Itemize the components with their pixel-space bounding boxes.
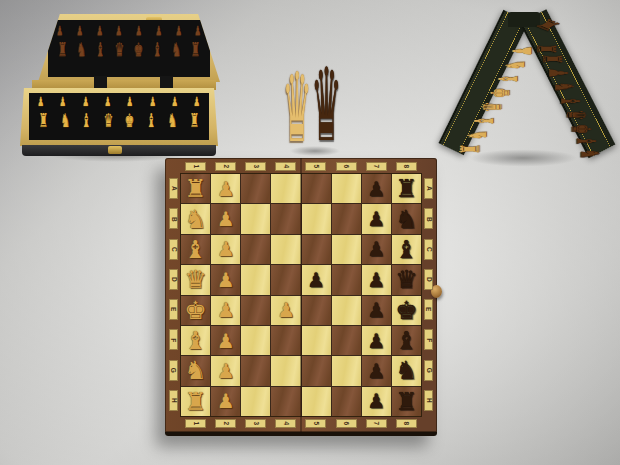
- light-pawn-piece: ♟: [60, 95, 66, 108]
- square-G5: [302, 356, 331, 385]
- square-G8: ♞: [392, 356, 421, 385]
- dark-bishop-piece: ♝: [557, 96, 583, 106]
- white-knight-piece: ♞: [184, 358, 206, 383]
- file-label-right-F: F: [424, 329, 433, 350]
- board-fold-seam: [300, 158, 302, 432]
- square-F5: [302, 326, 331, 355]
- light-bishop-piece: ♝: [82, 111, 91, 130]
- square-B4: [271, 204, 300, 233]
- light-bishop-piece: ♝: [147, 111, 156, 130]
- dark-rook-piece: ♜: [58, 40, 67, 59]
- white-king-piece: ♚: [184, 298, 206, 323]
- square-B8: ♞: [392, 204, 421, 233]
- light-king-piece: ♚: [125, 111, 134, 130]
- square-D5: ♟: [302, 265, 331, 294]
- rank-label-bottom-4-text: 4: [283, 422, 290, 426]
- file-label-right-B: B: [424, 208, 433, 229]
- square-G6: [332, 356, 361, 385]
- rank-label-bottom-4: 4: [275, 419, 296, 428]
- black-pawn-piece: ♟: [367, 391, 385, 411]
- file-label-right-B-text: B: [425, 216, 432, 221]
- black-pawn-piece: ♟: [367, 239, 385, 259]
- rank-label-top-8-text: 8: [403, 164, 410, 168]
- rank-label-bottom-1: 1: [185, 419, 206, 428]
- square-B2: ♟: [211, 204, 240, 233]
- black-queen-piece: ♛: [395, 267, 417, 292]
- light-rook-piece: ♜: [457, 144, 483, 154]
- rank-label-top-6-text: 6: [343, 164, 350, 168]
- black-bishop-piece: ♝: [395, 328, 417, 353]
- white-rook-piece: ♜: [184, 176, 206, 201]
- white-pawn-piece: ♟: [277, 300, 295, 320]
- light-pawn-piece: ♟: [172, 95, 178, 108]
- file-label-left-H: H: [169, 390, 178, 411]
- black-bishop-piece: ♝: [395, 237, 417, 262]
- rank-label-top-1-text: 1: [192, 164, 199, 168]
- dark-pawn-piece: ♟: [175, 24, 181, 37]
- square-H3: [241, 387, 270, 416]
- white-pawn-piece: ♟: [217, 239, 235, 259]
- square-D1: ♛: [181, 265, 210, 294]
- rank-label-bottom-3: 3: [245, 419, 266, 428]
- square-C7: ♟: [362, 235, 391, 264]
- rank-label-top-2-text: 2: [222, 164, 229, 168]
- light-pawn-piece: ♟: [149, 95, 155, 108]
- light-rook-piece: ♜: [39, 111, 48, 130]
- white-bishop-piece: ♝: [184, 328, 206, 353]
- rank-label-top-8: 8: [396, 162, 417, 171]
- square-G7: ♟: [362, 356, 391, 385]
- dark-bishop-piece: ♝: [153, 40, 162, 59]
- square-G4: [271, 356, 300, 385]
- file-label-right-H-text: H: [425, 398, 432, 403]
- rank-label-bottom-5-text: 5: [313, 422, 320, 426]
- square-H1: ♜: [181, 387, 210, 416]
- light-rook-piece: ♜: [190, 111, 199, 130]
- square-E8: ♚: [392, 296, 421, 325]
- rank-label-top-4-text: 4: [283, 164, 290, 168]
- file-label-right-E-text: E: [425, 307, 432, 311]
- square-C5: [302, 235, 331, 264]
- file-label-left-D-text: D: [170, 277, 177, 282]
- dark-queen-piece: ♛: [115, 40, 124, 59]
- square-G3: [241, 356, 270, 385]
- square-F2: ♟: [211, 326, 240, 355]
- file-label-right-A-text: A: [425, 186, 432, 191]
- rank-label-top-3: 3: [245, 162, 266, 171]
- square-B6: [332, 204, 361, 233]
- square-F6: [332, 326, 361, 355]
- hinge-strap: [160, 76, 173, 90]
- dark-knight-piece: ♞: [577, 149, 603, 159]
- box-base-felt: ♟♟♟♟♟♟♟♟ ♜♞♝♛♚♝♞♜: [29, 93, 209, 140]
- light-knight-piece: ♞: [502, 60, 528, 70]
- black-pawn-piece: ♟: [367, 270, 385, 290]
- base-pawn-row: ♟♟♟♟♟♟♟♟: [35, 95, 203, 108]
- folded-magnetic-board: ♟♞♝♚♛♝♞♜♜♟♞♝♛♚♝♞♜♜: [438, 10, 608, 172]
- square-H6: [332, 387, 361, 416]
- light-queen-piece: ♛: [479, 102, 505, 112]
- rank-label-top-6: 6: [336, 162, 357, 171]
- light-bishop-piece: ♝: [471, 116, 497, 126]
- file-label-right-H: H: [424, 390, 433, 411]
- square-E7: ♟: [362, 296, 391, 325]
- rank-label-top-3-text: 3: [252, 164, 259, 168]
- white-pawn-piece: ♟: [217, 391, 235, 411]
- square-B7: ♟: [362, 204, 391, 233]
- rank-label-top-7: 7: [366, 162, 387, 171]
- square-A7: ♟: [362, 174, 391, 203]
- light-king-piece: ♚: [487, 88, 513, 98]
- rank-label-top-2: 2: [215, 162, 236, 171]
- main-board: ♜♟♟♜♞♟♟♞♝♟♟♝♛♟♟♟♛♚♟♟♟♚♝♟♟♝♞♟♟♞♜♟♟♜ 11223…: [165, 158, 437, 436]
- file-label-right-D-text: D: [425, 277, 432, 282]
- file-label-right-D: D: [424, 269, 433, 290]
- file-label-right-E: E: [424, 299, 433, 320]
- rank-label-bottom-6: 6: [336, 419, 357, 428]
- light-pawn-piece: ♟: [82, 95, 88, 108]
- black-knight-piece: ♞: [395, 358, 417, 383]
- box-base-clasp: [108, 146, 122, 154]
- square-C6: [332, 235, 361, 264]
- square-A1: ♜: [181, 174, 210, 203]
- dark-rook-piece: ♜: [191, 40, 200, 59]
- hinge-strap: [94, 76, 107, 90]
- dark-knight-piece: ♞: [172, 40, 181, 59]
- square-H5: [302, 387, 331, 416]
- square-H4: [271, 387, 300, 416]
- box-lid: ♟♟♟♟♟♟♟♟ ♜♞♝♛♚♝♞♜: [38, 14, 220, 82]
- base-back-row: ♜♞♝♛♚♝♞♜: [35, 111, 203, 130]
- rank-label-bottom-1-text: 1: [192, 422, 199, 426]
- square-F4: [271, 326, 300, 355]
- dark-bishop-piece: ♝: [96, 40, 105, 59]
- black-king-piece: ♚: [395, 298, 417, 323]
- rank-label-top-5-text: 5: [313, 164, 320, 168]
- square-B5: [302, 204, 331, 233]
- white-pawn-piece: ♟: [217, 179, 235, 199]
- white-pawn-piece: ♟: [217, 361, 235, 381]
- rank-label-bottom-6-text: 6: [343, 422, 350, 426]
- file-label-left-G: G: [169, 360, 178, 381]
- square-E6: [332, 296, 361, 325]
- rank-label-bottom-8: 8: [396, 419, 417, 428]
- light-knight-piece: ♞: [464, 130, 490, 140]
- square-D7: ♟: [362, 265, 391, 294]
- file-label-right-G: G: [424, 360, 433, 381]
- square-D3: [241, 265, 270, 294]
- dark-knight-piece: ♞: [77, 40, 86, 59]
- square-B1: ♞: [181, 204, 210, 233]
- square-G2: ♟: [211, 356, 240, 385]
- white-knight-piece: ♞: [184, 207, 206, 232]
- file-label-left-D: D: [169, 269, 178, 290]
- rank-label-top-7-text: 7: [373, 164, 380, 168]
- square-H2: ♟: [211, 387, 240, 416]
- light-pawn-piece: ♟: [105, 95, 111, 108]
- square-E2: ♟: [211, 296, 240, 325]
- black-pawn-piece: ♟: [307, 270, 325, 290]
- white-pawn-piece: ♟: [217, 270, 235, 290]
- square-A3: [241, 174, 270, 203]
- white-rook-piece: ♜: [184, 389, 206, 414]
- white-pawn-piece: ♟: [217, 300, 235, 320]
- dark-knight-piece: ♞: [551, 82, 577, 92]
- light-queen-piece: ♛: [104, 111, 113, 130]
- light-pawn-piece: ♟: [38, 95, 44, 108]
- square-G1: ♞: [181, 356, 210, 385]
- rank-label-top-4: 4: [275, 162, 296, 171]
- file-label-left-F: F: [169, 329, 178, 350]
- dark-pawn-piece: ♟: [195, 24, 201, 37]
- file-label-left-H-text: H: [170, 398, 177, 403]
- square-C8: ♝: [392, 235, 421, 264]
- square-A4: [271, 174, 300, 203]
- dark-pawn-piece: ♟: [96, 24, 102, 37]
- rank-label-top-5: 5: [305, 162, 326, 171]
- black-knight-piece: ♞: [395, 207, 417, 232]
- square-D6: [332, 265, 361, 294]
- square-H7: ♟: [362, 387, 391, 416]
- rank-label-bottom-8-text: 8: [403, 422, 410, 426]
- square-D2: ♟: [211, 265, 240, 294]
- file-label-left-C: C: [169, 239, 178, 260]
- file-label-left-E-text: E: [170, 307, 177, 311]
- file-label-left-G-text: G: [170, 367, 177, 372]
- dark-queen-piece: ♛: [563, 110, 589, 120]
- file-label-right-A: A: [424, 178, 433, 199]
- square-H8: ♜: [392, 387, 421, 416]
- dark-rook-piece: ♜: [539, 54, 565, 64]
- white-queen-piece: ♛: [184, 267, 206, 292]
- file-label-left-B: B: [169, 208, 178, 229]
- dark-pawn-piece: ♟: [116, 24, 122, 37]
- file-label-right-C: C: [424, 239, 433, 260]
- square-C3: [241, 235, 270, 264]
- square-C1: ♝: [181, 235, 210, 264]
- square-A2: ♟: [211, 174, 240, 203]
- file-label-left-E: E: [169, 299, 178, 320]
- light-pawn-piece: ♟: [127, 95, 133, 108]
- square-E3: [241, 296, 270, 325]
- standing-dark-queen-piece: ♛: [311, 55, 342, 156]
- rank-label-bottom-7: 7: [366, 419, 387, 428]
- light-bishop-piece: ♝: [495, 74, 521, 84]
- dark-bishop-piece: ♝: [573, 136, 599, 146]
- rank-label-bottom-3-text: 3: [252, 422, 259, 426]
- square-C2: ♟: [211, 235, 240, 264]
- square-D4: [271, 265, 300, 294]
- square-A8: ♜: [392, 174, 421, 203]
- dark-king-piece: ♚: [568, 124, 594, 134]
- rank-label-bottom-5: 5: [305, 419, 326, 428]
- file-label-left-C-text: C: [170, 247, 177, 252]
- light-pawn-piece: ♟: [194, 95, 200, 108]
- storage-box: ♟♟♟♟♟♟♟♟ ♜♞♝♛♚♝♞♜ ♟♟♟♟♟♟♟♟ ♜♞♝♛♚♝♞♜: [12, 6, 218, 158]
- square-E5: [302, 296, 331, 325]
- dark-pawn-piece: ♟: [155, 24, 161, 37]
- square-A6: [332, 174, 361, 203]
- file-label-left-A-text: A: [170, 186, 177, 191]
- black-pawn-piece: ♟: [367, 331, 385, 351]
- square-F3: [241, 326, 270, 355]
- standing-light-queen-piece: ♛: [282, 60, 311, 156]
- square-E4: ♟: [271, 296, 300, 325]
- black-rook-piece: ♜: [395, 389, 417, 414]
- black-pawn-piece: ♟: [367, 361, 385, 381]
- square-F7: ♟: [362, 326, 391, 355]
- square-C4: [271, 235, 300, 264]
- dark-pawn-piece: ♟: [57, 24, 63, 37]
- square-B3: [241, 204, 270, 233]
- product-photo-scene: ♟♟♟♟♟♟♟♟ ♜♞♝♛♚♝♞♜ ♟♟♟♟♟♟♟♟ ♜♞♝♛♚♝♞♜ ♛ ♛ …: [0, 0, 620, 465]
- file-label-left-F-text: F: [170, 338, 177, 342]
- file-label-right-F-text: F: [425, 338, 432, 342]
- square-E1: ♚: [181, 296, 210, 325]
- lid-pawn-row: ♟♟♟♟♟♟♟♟: [54, 24, 204, 37]
- dark-pawn-piece: ♟: [76, 24, 82, 37]
- square-A5: [302, 174, 331, 203]
- light-knight-piece: ♞: [168, 111, 177, 130]
- black-pawn-piece: ♟: [367, 179, 385, 199]
- box-lid-felt: ♟♟♟♟♟♟♟♟ ♜♞♝♛♚♝♞♜: [48, 20, 210, 77]
- box-base: ♟♟♟♟♟♟♟♟ ♜♞♝♛♚♝♞♜: [20, 88, 218, 146]
- rank-label-bottom-2-text: 2: [222, 422, 229, 426]
- file-label-left-A: A: [169, 178, 178, 199]
- square-F8: ♝: [392, 326, 421, 355]
- black-rook-piece: ♜: [395, 176, 417, 201]
- square-D8: ♛: [392, 265, 421, 294]
- white-bishop-piece: ♝: [184, 237, 206, 262]
- dark-rook-piece: ♜: [533, 44, 559, 54]
- light-knight-piece: ♞: [60, 111, 69, 130]
- file-label-right-C-text: C: [425, 247, 432, 252]
- white-pawn-piece: ♟: [217, 331, 235, 351]
- square-F1: ♝: [181, 326, 210, 355]
- black-pawn-piece: ♟: [367, 209, 385, 229]
- white-pawn-piece: ♟: [217, 209, 235, 229]
- file-label-left-B-text: B: [170, 216, 177, 221]
- dark-pawn-piece: ♟: [545, 68, 571, 78]
- rank-label-bottom-2: 2: [215, 419, 236, 428]
- dark-pawn-piece: ♟: [136, 24, 142, 37]
- dark-king-piece: ♚: [134, 40, 143, 59]
- lid-back-row: ♜♞♝♛♚♝♞♜: [54, 40, 204, 59]
- black-pawn-piece: ♟: [367, 300, 385, 320]
- rank-label-top-1: 1: [185, 162, 206, 171]
- rank-label-bottom-7-text: 7: [373, 422, 380, 426]
- file-label-right-G-text: G: [425, 367, 432, 372]
